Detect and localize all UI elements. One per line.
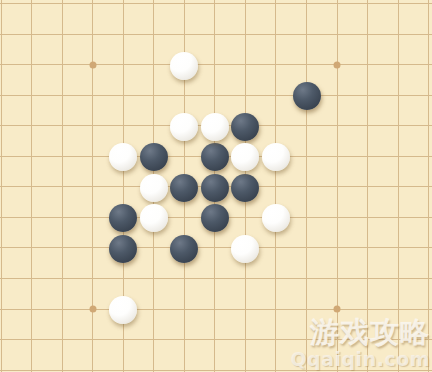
grid-hline	[0, 339, 432, 340]
white-stone[interactable]	[170, 52, 198, 80]
star-point	[89, 61, 96, 68]
white-stone[interactable]	[231, 143, 259, 171]
star-point	[334, 306, 341, 313]
grid-hline	[0, 64, 432, 65]
white-stone[interactable]	[109, 143, 137, 171]
watermark-site: Qqaiqin.com	[290, 350, 430, 369]
star-point	[89, 306, 96, 313]
white-stone[interactable]	[140, 204, 168, 232]
grid-hline	[0, 95, 432, 96]
black-stone[interactable]	[140, 143, 168, 171]
black-stone[interactable]	[170, 174, 198, 202]
black-stone[interactable]	[231, 174, 259, 202]
black-stone[interactable]	[201, 204, 229, 232]
watermark-title: 游戏攻略	[290, 318, 430, 347]
black-stone[interactable]	[293, 82, 321, 110]
black-stone[interactable]	[201, 143, 229, 171]
white-stone[interactable]	[231, 235, 259, 263]
grid-hline	[0, 247, 432, 248]
white-stone[interactable]	[140, 174, 168, 202]
black-stone[interactable]	[109, 235, 137, 263]
white-stone[interactable]	[201, 113, 229, 141]
black-stone[interactable]	[231, 113, 259, 141]
grid-hline	[0, 3, 432, 4]
star-point	[334, 61, 341, 68]
grid-hline	[0, 309, 432, 310]
black-stone[interactable]	[201, 174, 229, 202]
white-stone[interactable]	[109, 296, 137, 324]
white-stone[interactable]	[262, 204, 290, 232]
watermark: 游戏攻略 Qqaiqin.com	[290, 318, 430, 369]
grid-hline	[0, 370, 432, 371]
grid-hline	[0, 278, 432, 279]
grid-hline	[0, 34, 432, 35]
white-stone[interactable]	[170, 113, 198, 141]
gomoku-board[interactable]: 游戏攻略 Qqaiqin.com	[0, 0, 432, 372]
black-stone[interactable]	[109, 204, 137, 232]
white-stone[interactable]	[262, 143, 290, 171]
black-stone[interactable]	[170, 235, 198, 263]
